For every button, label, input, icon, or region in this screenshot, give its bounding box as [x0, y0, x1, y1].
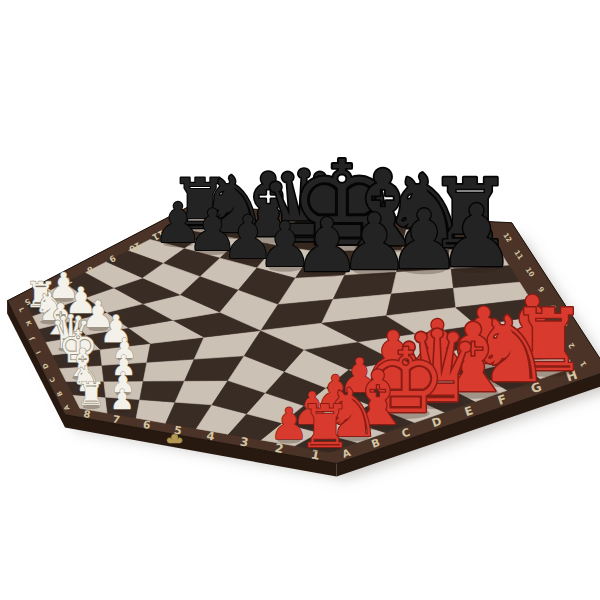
- piece-red-rook: ♜: [299, 392, 352, 461]
- three-player-chess-board: ABCDIJKL87654321ABCDEFGH1234910111256789…: [0, 0, 600, 600]
- piece-white-rook: ♜: [77, 375, 106, 413]
- piece-black-pawn: ♟: [294, 202, 360, 288]
- three-player-chess-scene: ABCDIJKL87654321ABCDEFGH1234910111256789…: [0, 0, 600, 600]
- brass-clasp-icon: [169, 439, 181, 443]
- piece-white-pawn: ♟: [110, 383, 135, 416]
